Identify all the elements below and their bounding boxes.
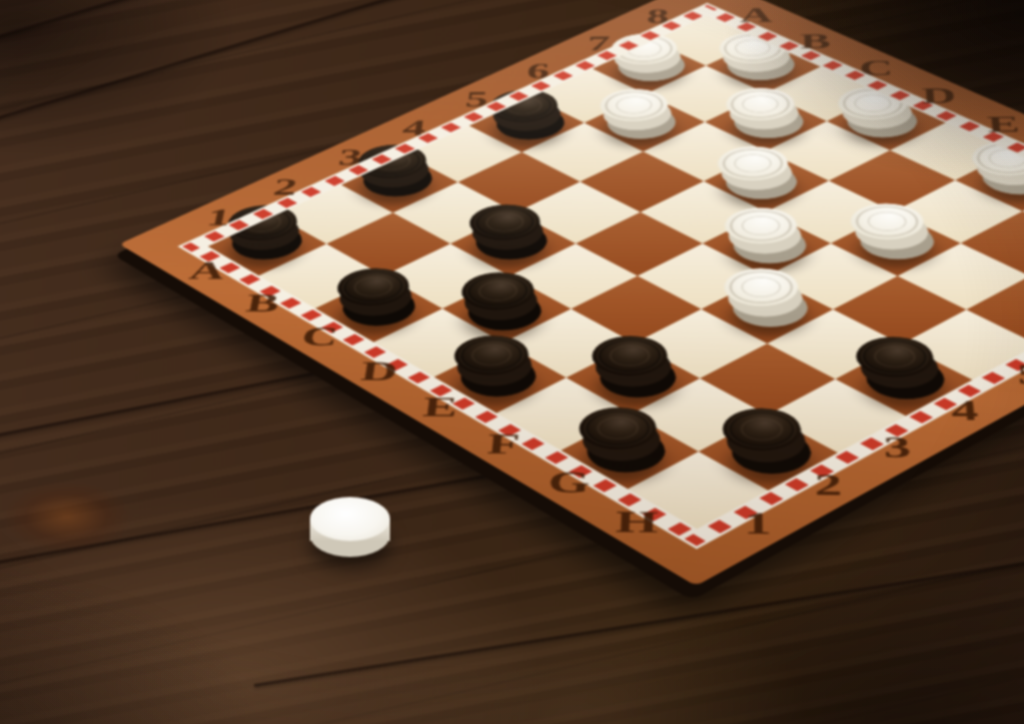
frame-label-left-7: 7 xyxy=(587,33,611,54)
frame-label-top-C: C xyxy=(859,57,894,79)
frame-label-bottom-D: D xyxy=(359,358,400,385)
blur-layer: ABCDEFGHABCDEFGH8765432187654321 xyxy=(0,0,1024,724)
frame-label-top-E: E xyxy=(986,113,1021,136)
frame-label-right-2: 2 xyxy=(814,470,842,500)
frame-label-left-2: 2 xyxy=(271,176,299,199)
piece-top xyxy=(310,497,390,541)
plank-seam xyxy=(0,0,452,133)
frame-label-left-5: 5 xyxy=(464,89,489,111)
frame-label-bottom-G: G xyxy=(547,468,591,498)
frame-label-bottom-C: C xyxy=(300,324,340,350)
frame-label-bottom-B: B xyxy=(244,291,282,317)
photo-scene: ABCDEFGHABCDEFGH8765432187654321 xyxy=(0,0,1024,724)
frame-label-top-B: B xyxy=(800,31,831,52)
frame-label-left-3: 3 xyxy=(337,146,364,169)
frame-label-bottom-E: E xyxy=(421,393,459,421)
frame-label-left-6: 6 xyxy=(526,61,551,83)
frame-label-bottom-H: H xyxy=(615,507,659,538)
frame-label-bottom-A: A xyxy=(187,258,227,283)
frame-label-top-D: D xyxy=(921,85,957,107)
frame-label-right-5: 5 xyxy=(1016,361,1024,389)
frame-label-right-1: 1 xyxy=(744,508,772,539)
plank-seam xyxy=(0,0,252,49)
off-board-white-piece xyxy=(310,497,390,557)
frame-label-left-8: 8 xyxy=(646,6,669,27)
frame-label-left-4: 4 xyxy=(401,117,427,139)
frame-label-right-4: 4 xyxy=(950,396,979,425)
frame-label-bottom-F: F xyxy=(486,430,521,459)
frame-label-right-3: 3 xyxy=(883,433,912,463)
frame-label-top-A: A xyxy=(740,5,773,26)
